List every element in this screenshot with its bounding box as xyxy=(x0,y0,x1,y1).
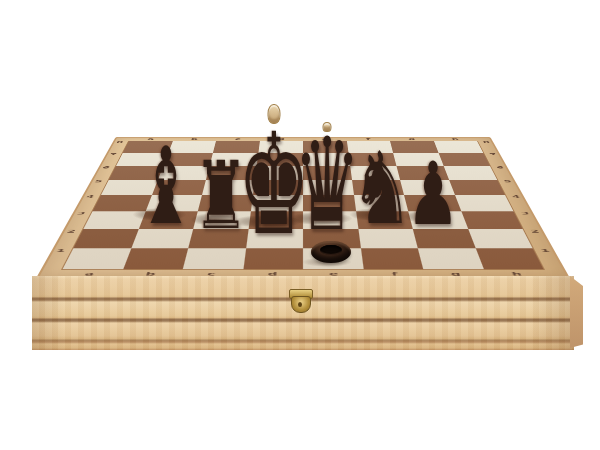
square-f1[interactable] xyxy=(360,248,423,269)
square-h2[interactable] xyxy=(468,229,533,248)
square-h1[interactable] xyxy=(475,248,543,269)
square-a1[interactable] xyxy=(62,248,130,269)
wooden-ring[interactable] xyxy=(311,241,351,263)
piece-dark-pawn[interactable]: ♟ xyxy=(406,151,459,238)
latch-keyhole xyxy=(298,302,302,307)
square-h4[interactable] xyxy=(455,195,514,211)
queen-finial xyxy=(323,122,332,132)
coordinate-label: h xyxy=(433,138,478,140)
square-g1[interactable] xyxy=(418,248,484,269)
piece-dark-bishop[interactable]: ♝ xyxy=(137,134,196,240)
square-c1[interactable] xyxy=(183,248,246,269)
box-right-side xyxy=(570,276,583,348)
piece-dark-knight[interactable]: ♞ xyxy=(351,139,414,239)
brass-latch[interactable] xyxy=(287,289,313,315)
king-finial xyxy=(268,104,281,124)
ring-hole xyxy=(320,245,342,255)
square-b1[interactable] xyxy=(123,248,189,269)
square-h3[interactable] xyxy=(461,211,523,229)
square-a2[interactable] xyxy=(73,229,138,248)
chess-box-scene: abcdefgh abcdefgh 87654321 87654321 ♝♜♚♛… xyxy=(0,0,600,450)
